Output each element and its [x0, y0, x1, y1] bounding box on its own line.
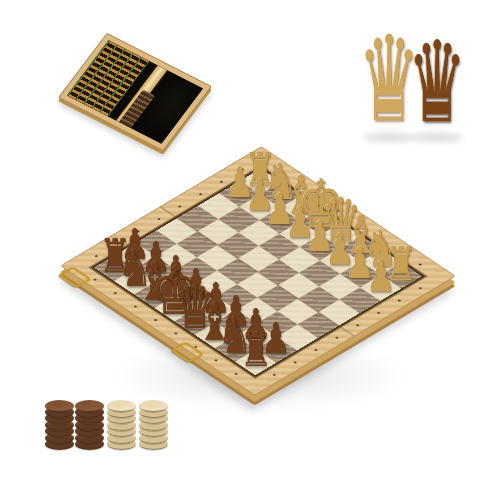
product-photo-stage: ♜♞♝♚♛♝♞♜♟♟♟♟♟♟♟♟♟♟♟♟♟♟♟♟♜♞♝♚♛♝♞♜ ♛ ♛ [0, 0, 500, 500]
checker-disc [139, 400, 168, 412]
checker-disc [107, 400, 136, 412]
checker-disc [45, 400, 74, 412]
checker-disc [75, 400, 104, 412]
checkers-stacks [0, 0, 500, 500]
